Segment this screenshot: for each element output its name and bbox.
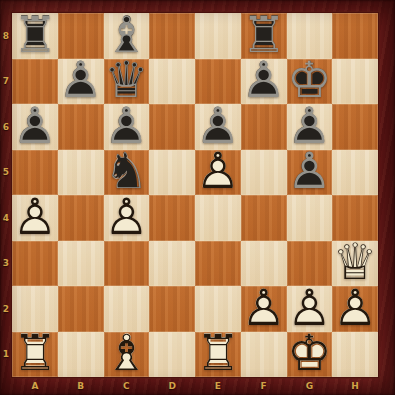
black-pawn-glyph: ♟	[287, 146, 332, 196]
square-e2[interactable]	[195, 286, 241, 332]
square-c5[interactable]: ♞♘	[104, 150, 150, 196]
square-h1[interactable]	[332, 332, 378, 378]
black-pawn-outline: ♙	[12, 101, 57, 151]
square-a8[interactable]: ♜♖	[12, 13, 58, 59]
square-g4[interactable]	[287, 195, 333, 241]
square-e6[interactable]: ♟♙	[195, 104, 241, 150]
square-c7[interactable]: ♛♕	[104, 59, 150, 105]
white-rook-e1[interactable]: ♜♖	[195, 332, 241, 378]
square-e5[interactable]: ♟♙	[195, 150, 241, 196]
white-queen-outline: ♕	[333, 237, 378, 287]
square-f5[interactable]	[241, 150, 287, 196]
square-d5[interactable]	[149, 150, 195, 196]
black-pawn-glyph: ♟	[195, 101, 240, 151]
square-b5[interactable]	[58, 150, 104, 196]
black-pawn-glyph: ♟	[104, 101, 149, 151]
square-h8[interactable]	[332, 13, 378, 59]
file-label-c: C	[104, 377, 150, 395]
black-rook-glyph: ♜	[241, 10, 286, 60]
white-pawn-glyph: ♟	[333, 283, 378, 333]
square-d3[interactable]	[149, 241, 195, 287]
square-c2[interactable]	[104, 286, 150, 332]
square-h5[interactable]	[332, 150, 378, 196]
square-b8[interactable]	[58, 13, 104, 59]
square-h4[interactable]	[332, 195, 378, 241]
white-queen-glyph: ♛	[333, 237, 378, 287]
square-h2[interactable]: ♟♙	[332, 286, 378, 332]
black-pawn-e6[interactable]: ♟♙	[195, 104, 241, 150]
square-d4[interactable]	[149, 195, 195, 241]
white-rook-outline: ♖	[195, 328, 240, 378]
square-h3[interactable]: ♛♕	[332, 241, 378, 287]
black-pawn-glyph: ♟	[12, 101, 57, 151]
white-pawn-glyph: ♟	[287, 283, 332, 333]
square-f3[interactable]	[241, 241, 287, 287]
square-d2[interactable]	[149, 286, 195, 332]
rank-label-8: 8	[0, 13, 12, 59]
black-knight-outline: ♘	[104, 146, 149, 196]
chess-board-window: 87654321 ♜♖♝♗♜♖♟♙♛♕♟♙♚♔♟♙♟♙♟♙♟♙♞♘♟♙♟♙♟♙♟…	[0, 0, 395, 395]
black-pawn-f7[interactable]: ♟♙	[241, 59, 287, 105]
white-king-g1[interactable]: ♚♔	[287, 332, 333, 378]
black-pawn-outline: ♙	[58, 55, 103, 105]
black-pawn-outline: ♙	[287, 146, 332, 196]
white-pawn-glyph: ♟	[104, 192, 149, 242]
white-rook-outline: ♖	[12, 328, 57, 378]
white-pawn-outline: ♙	[287, 283, 332, 333]
square-g8[interactable]	[287, 13, 333, 59]
black-pawn-b7[interactable]: ♟♙	[58, 59, 104, 105]
white-queen-h3[interactable]: ♛♕	[332, 241, 378, 287]
white-pawn-outline: ♙	[241, 283, 286, 333]
white-pawn-g2[interactable]: ♟♙	[287, 286, 333, 332]
square-b7[interactable]: ♟♙	[58, 59, 104, 105]
white-king-glyph: ♚	[287, 328, 332, 378]
square-a2[interactable]	[12, 286, 58, 332]
square-d1[interactable]	[149, 332, 195, 378]
file-label-d: D	[149, 377, 195, 395]
black-queen-outline: ♕	[104, 55, 149, 105]
black-bishop-glyph: ♝	[104, 10, 149, 60]
black-bishop-c8[interactable]: ♝♗	[104, 13, 150, 59]
file-label-h: H	[332, 377, 378, 395]
white-pawn-outline: ♙	[12, 192, 57, 242]
square-g2[interactable]: ♟♙	[287, 286, 333, 332]
black-pawn-outline: ♙	[195, 101, 240, 151]
black-pawn-outline: ♙	[287, 101, 332, 151]
square-a7[interactable]	[12, 59, 58, 105]
black-pawn-glyph: ♟	[287, 101, 332, 151]
square-e7[interactable]	[195, 59, 241, 105]
black-king-outline: ♔	[287, 55, 332, 105]
black-queen-c7[interactable]: ♛♕	[104, 59, 150, 105]
black-rook-glyph: ♜	[12, 10, 57, 60]
square-e3[interactable]	[195, 241, 241, 287]
rank-label-3: 3	[0, 241, 12, 287]
black-king-g7[interactable]: ♚♔	[287, 59, 333, 105]
black-pawn-outline: ♙	[104, 101, 149, 151]
black-pawn-g5[interactable]: ♟♙	[287, 150, 333, 196]
white-bishop-c1[interactable]: ♝♗	[104, 332, 150, 378]
square-g7[interactable]: ♚♔	[287, 59, 333, 105]
square-e4[interactable]	[195, 195, 241, 241]
square-a3[interactable]	[12, 241, 58, 287]
square-f4[interactable]	[241, 195, 287, 241]
white-pawn-glyph: ♟	[195, 146, 240, 196]
square-b3[interactable]	[58, 241, 104, 287]
rank-label-7: 7	[0, 59, 12, 105]
white-rook-glyph: ♜	[195, 328, 240, 378]
rank-label-6: 6	[0, 104, 12, 150]
square-g1[interactable]: ♚♔	[287, 332, 333, 378]
square-d7[interactable]	[149, 59, 195, 105]
square-d6[interactable]	[149, 104, 195, 150]
black-knight-c5[interactable]: ♞♘	[104, 150, 150, 196]
black-queen-glyph: ♛	[104, 55, 149, 105]
file-label-e: E	[195, 377, 241, 395]
rank-labels: 87654321	[0, 13, 12, 377]
file-labels: ABCDEFGH	[12, 377, 378, 395]
white-pawn-e5[interactable]: ♟♙	[195, 150, 241, 196]
chess-board: ♜♖♝♗♜♖♟♙♛♕♟♙♚♔♟♙♟♙♟♙♟♙♞♘♟♙♟♙♟♙♟♙♛♕♟♙♟♙♟♙…	[12, 13, 378, 377]
white-bishop-glyph: ♝	[104, 328, 149, 378]
square-f2[interactable]: ♟♙	[241, 286, 287, 332]
file-label-f: F	[241, 377, 287, 395]
black-bishop-outline: ♗	[104, 10, 149, 60]
square-a5[interactable]	[12, 150, 58, 196]
file-label-b: B	[58, 377, 104, 395]
rank-label-2: 2	[0, 286, 12, 332]
white-pawn-glyph: ♟	[12, 192, 57, 242]
white-pawn-a4[interactable]: ♟♙	[12, 195, 58, 241]
square-g5[interactable]: ♟♙	[287, 150, 333, 196]
black-rook-a8[interactable]: ♜♖	[12, 13, 58, 59]
black-pawn-g6[interactable]: ♟♙	[287, 104, 333, 150]
square-b4[interactable]	[58, 195, 104, 241]
square-b2[interactable]	[58, 286, 104, 332]
white-king-outline: ♔	[287, 328, 332, 378]
white-pawn-c4[interactable]: ♟♙	[104, 195, 150, 241]
black-pawn-glyph: ♟	[58, 55, 103, 105]
file-label-a: A	[12, 377, 58, 395]
white-pawn-glyph: ♟	[241, 283, 286, 333]
square-f7[interactable]: ♟♙	[241, 59, 287, 105]
white-pawn-f2[interactable]: ♟♙	[241, 286, 287, 332]
black-pawn-a6[interactable]: ♟♙	[12, 104, 58, 150]
white-rook-glyph: ♜	[12, 328, 57, 378]
square-c6[interactable]: ♟♙	[104, 104, 150, 150]
square-f6[interactable]	[241, 104, 287, 150]
black-knight-glyph: ♞	[104, 146, 149, 196]
black-rook-outline: ♖	[12, 10, 57, 60]
black-pawn-glyph: ♟	[241, 55, 286, 105]
square-b6[interactable]	[58, 104, 104, 150]
white-pawn-h2[interactable]: ♟♙	[332, 286, 378, 332]
white-pawn-outline: ♙	[104, 192, 149, 242]
black-pawn-c6[interactable]: ♟♙	[104, 104, 150, 150]
rank-label-4: 4	[0, 195, 12, 241]
file-label-g: G	[287, 377, 333, 395]
square-h7[interactable]	[332, 59, 378, 105]
square-e8[interactable]	[195, 13, 241, 59]
square-f8[interactable]: ♜♖	[241, 13, 287, 59]
white-pawn-outline: ♙	[333, 283, 378, 333]
square-c3[interactable]	[104, 241, 150, 287]
white-bishop-outline: ♗	[104, 328, 149, 378]
square-a4[interactable]: ♟♙	[12, 195, 58, 241]
square-h6[interactable]	[332, 104, 378, 150]
square-a6[interactable]: ♟♙	[12, 104, 58, 150]
square-b1[interactable]	[58, 332, 104, 378]
square-c8[interactable]: ♝♗	[104, 13, 150, 59]
black-rook-f8[interactable]: ♜♖	[241, 13, 287, 59]
black-pawn-outline: ♙	[241, 55, 286, 105]
square-c1[interactable]: ♝♗	[104, 332, 150, 378]
square-c4[interactable]: ♟♙	[104, 195, 150, 241]
square-a1[interactable]: ♜♖	[12, 332, 58, 378]
square-e1[interactable]: ♜♖	[195, 332, 241, 378]
square-g3[interactable]	[287, 241, 333, 287]
square-g6[interactable]: ♟♙	[287, 104, 333, 150]
white-rook-a1[interactable]: ♜♖	[12, 332, 58, 378]
white-pawn-outline: ♙	[195, 146, 240, 196]
square-d8[interactable]	[149, 13, 195, 59]
black-rook-outline: ♖	[241, 10, 286, 60]
rank-label-1: 1	[0, 332, 12, 378]
rank-label-5: 5	[0, 150, 12, 196]
black-king-glyph: ♚	[287, 55, 332, 105]
square-f1[interactable]	[241, 332, 287, 378]
